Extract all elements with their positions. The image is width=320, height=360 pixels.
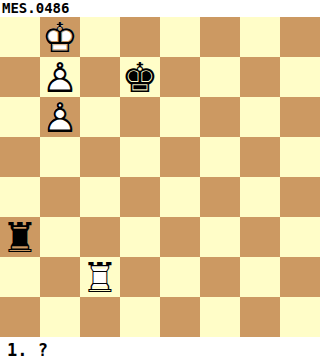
square-g5[interactable] — [240, 137, 280, 177]
square-a4[interactable] — [0, 177, 40, 217]
square-b4[interactable] — [40, 177, 80, 217]
square-h1[interactable] — [280, 297, 320, 337]
square-a1[interactable] — [0, 297, 40, 337]
square-e6[interactable] — [160, 97, 200, 137]
square-e8[interactable] — [160, 17, 200, 57]
white-rook-piece[interactable]: ♖ — [80, 258, 120, 298]
square-g1[interactable] — [240, 297, 280, 337]
square-b2[interactable] — [40, 257, 80, 297]
square-b5[interactable] — [40, 137, 80, 177]
square-b1[interactable] — [40, 297, 80, 337]
square-e3[interactable] — [160, 217, 200, 257]
square-e5[interactable] — [160, 137, 200, 177]
chess-board[interactable]: ♚♔♟♙♚♟♙♜♜♖ — [0, 17, 320, 337]
chess-puzzle-diagram: MES.0486 ♚♔♟♙♚♟♙♜♜♖ 1. ? — [0, 0, 320, 360]
square-c5[interactable] — [80, 137, 120, 177]
square-a7[interactable] — [0, 57, 40, 97]
square-a2[interactable] — [0, 257, 40, 297]
square-c2[interactable]: ♜♖ — [80, 257, 120, 297]
square-f4[interactable] — [200, 177, 240, 217]
square-g4[interactable] — [240, 177, 280, 217]
square-d6[interactable] — [120, 97, 160, 137]
square-g2[interactable] — [240, 257, 280, 297]
move-prompt: 1. ? — [0, 337, 320, 360]
square-e2[interactable] — [160, 257, 200, 297]
square-f6[interactable] — [200, 97, 240, 137]
white-pawn-piece[interactable]: ♙ — [40, 98, 80, 138]
square-d1[interactable] — [120, 297, 160, 337]
square-a5[interactable] — [0, 137, 40, 177]
square-h8[interactable] — [280, 17, 320, 57]
square-c4[interactable] — [80, 177, 120, 217]
square-h2[interactable] — [280, 257, 320, 297]
square-c3[interactable] — [80, 217, 120, 257]
square-e7[interactable] — [160, 57, 200, 97]
black-king-piece[interactable]: ♚ — [120, 58, 160, 98]
white-pawn-piece[interactable]: ♙ — [40, 58, 80, 98]
square-c6[interactable] — [80, 97, 120, 137]
square-c7[interactable] — [80, 57, 120, 97]
square-g7[interactable] — [240, 57, 280, 97]
square-g6[interactable] — [240, 97, 280, 137]
square-f3[interactable] — [200, 217, 240, 257]
square-a3[interactable]: ♜ — [0, 217, 40, 257]
square-f5[interactable] — [200, 137, 240, 177]
square-g3[interactable] — [240, 217, 280, 257]
square-h3[interactable] — [280, 217, 320, 257]
square-e4[interactable] — [160, 177, 200, 217]
square-b7[interactable]: ♟♙ — [40, 57, 80, 97]
square-a8[interactable] — [0, 17, 40, 57]
square-e1[interactable] — [160, 297, 200, 337]
white-king-piece[interactable]: ♔ — [40, 18, 80, 58]
square-h6[interactable] — [280, 97, 320, 137]
square-b3[interactable] — [40, 217, 80, 257]
square-h5[interactable] — [280, 137, 320, 177]
square-d2[interactable] — [120, 257, 160, 297]
square-g8[interactable] — [240, 17, 280, 57]
square-d3[interactable] — [120, 217, 160, 257]
square-b8[interactable]: ♚♔ — [40, 17, 80, 57]
square-f7[interactable] — [200, 57, 240, 97]
square-f8[interactable] — [200, 17, 240, 57]
square-d4[interactable] — [120, 177, 160, 217]
square-d8[interactable] — [120, 17, 160, 57]
square-d7[interactable]: ♚ — [120, 57, 160, 97]
square-h4[interactable] — [280, 177, 320, 217]
square-h7[interactable] — [280, 57, 320, 97]
square-c8[interactable] — [80, 17, 120, 57]
square-f2[interactable] — [200, 257, 240, 297]
square-a6[interactable] — [0, 97, 40, 137]
black-rook-piece[interactable]: ♜ — [0, 218, 40, 258]
square-f1[interactable] — [200, 297, 240, 337]
square-b6[interactable]: ♟♙ — [40, 97, 80, 137]
square-c1[interactable] — [80, 297, 120, 337]
square-d5[interactable] — [120, 137, 160, 177]
